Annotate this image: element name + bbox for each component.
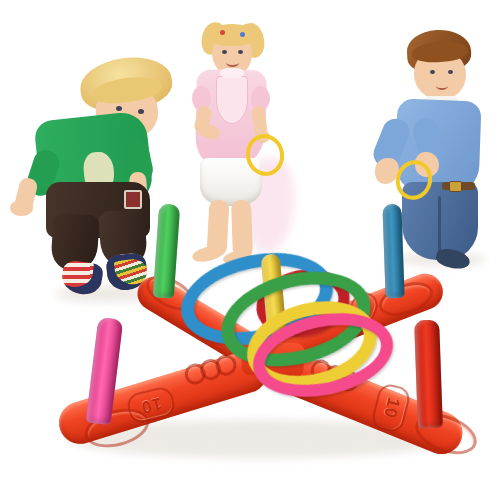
girl-collar [220, 68, 244, 78]
boy-left-hand [10, 200, 33, 216]
girl-smile [226, 58, 239, 67]
peg-blue-back-right [382, 204, 404, 299]
girl-bangs [209, 24, 255, 46]
boy-left-eye [138, 109, 144, 114]
boy-right-smile [436, 82, 448, 90]
girl-blouse-bib [216, 76, 248, 124]
boy-left-eye [116, 106, 122, 111]
product-photo: 10 10 8 [0, 0, 500, 481]
girl-eye [222, 50, 227, 54]
girl-hair-tie [220, 30, 225, 35]
peg-red-front-right [414, 320, 443, 429]
boy-left-patch [124, 190, 142, 209]
girl-eye [238, 50, 243, 54]
boy-right-eye [430, 70, 435, 74]
girl-hair-tie [240, 32, 245, 37]
boy-right-eye [448, 70, 453, 74]
girl-foot [191, 243, 224, 264]
boy-right-jeans-seam [438, 196, 441, 254]
boy-right-belt-buckle [449, 181, 462, 192]
